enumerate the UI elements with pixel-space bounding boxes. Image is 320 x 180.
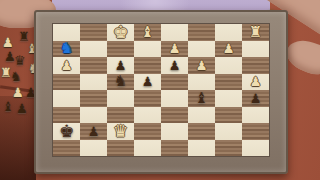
square-d6	[161, 107, 188, 124]
square-d3: ♟	[161, 57, 188, 74]
square-f2	[107, 41, 134, 58]
square-e4: ♟	[134, 74, 161, 91]
square-e7	[134, 123, 161, 140]
black-pawn-g7: ♟	[88, 125, 100, 138]
square-b6	[215, 107, 242, 124]
square-a1: ♜	[242, 24, 269, 41]
square-b2: ♟	[215, 41, 242, 58]
captured-black-bishop: ♝	[2, 100, 14, 113]
square-g4	[80, 74, 107, 91]
square-c4	[188, 74, 215, 91]
white-king-f1: ♚	[113, 24, 128, 41]
white-bishop-e1: ♝	[141, 25, 154, 40]
black-king-h7: ♚	[59, 123, 74, 140]
black-knight-f4: ♞	[114, 74, 127, 89]
square-g1	[80, 24, 107, 41]
square-h4	[53, 74, 80, 91]
square-b8	[215, 140, 242, 157]
square-g7: ♟	[80, 123, 107, 140]
captured-black-pawn: ♟	[16, 102, 28, 115]
square-g5	[80, 90, 107, 107]
square-e3	[134, 57, 161, 74]
square-c8	[188, 140, 215, 157]
square-g3	[80, 57, 107, 74]
captured-black-knight: ♞	[10, 70, 22, 83]
white-rook-a1: ♜	[249, 25, 262, 40]
square-c3: ♟	[188, 57, 215, 74]
square-a3	[242, 57, 269, 74]
square-d1	[161, 24, 188, 41]
square-a7	[242, 123, 269, 140]
square-g8	[80, 140, 107, 157]
board-frame: ♚♝♜♞♟♟♟♟♟♟♞♟♟♝♟♚♟♛	[34, 10, 288, 174]
square-a4: ♟	[242, 74, 269, 91]
square-e6	[134, 107, 161, 124]
square-a5: ♟	[242, 90, 269, 107]
white-queen-f7: ♛	[113, 123, 128, 140]
square-f1: ♚	[107, 24, 134, 41]
square-a8	[242, 140, 269, 157]
captured-white-pawn: ♟	[2, 36, 14, 49]
square-d5	[161, 90, 188, 107]
square-d4	[161, 74, 188, 91]
square-h7: ♚	[53, 123, 80, 140]
square-c6	[188, 107, 215, 124]
black-pawn-d3: ♟	[169, 59, 181, 72]
square-b5	[215, 90, 242, 107]
square-g6	[80, 107, 107, 124]
square-h8	[53, 140, 80, 157]
chess-board: ♚♝♜♞♟♟♟♟♟♟♞♟♟♝♟♚♟♛	[52, 23, 270, 157]
square-b7	[215, 123, 242, 140]
square-c5: ♝	[188, 90, 215, 107]
black-bishop-c5: ♝	[195, 91, 208, 106]
square-g2	[80, 41, 107, 58]
square-f4: ♞	[107, 74, 134, 91]
square-f7: ♛	[107, 123, 134, 140]
square-h2: ♞	[53, 41, 80, 58]
square-d2: ♟	[161, 41, 188, 58]
square-b3	[215, 57, 242, 74]
black-pawn-f3: ♟	[115, 59, 127, 72]
square-e8	[134, 140, 161, 157]
square-h1	[53, 24, 80, 41]
square-d7	[161, 123, 188, 140]
white-pawn-c3: ♟	[196, 59, 208, 72]
square-b1	[215, 24, 242, 41]
square-e5	[134, 90, 161, 107]
square-c7	[188, 123, 215, 140]
square-f3: ♟	[107, 57, 134, 74]
square-f6	[107, 107, 134, 124]
white-pawn-a4: ♟	[250, 75, 262, 88]
photo-scene: ♜♟♝♟♛♞♜♞♟♟♝♟ ♚♝♜♞♟♟♟♟♟♟♞♟♟♝♟♚♟♛	[0, 0, 320, 180]
blue-replacement-knight-h2: ♞	[60, 41, 73, 56]
square-e2	[134, 41, 161, 58]
square-c2	[188, 41, 215, 58]
square-c1	[188, 24, 215, 41]
white-pawn-d2: ♟	[169, 42, 181, 55]
square-f8	[107, 140, 134, 157]
captured-white-pawn: ♟	[12, 86, 24, 99]
black-pawn-a5: ♟	[250, 92, 262, 105]
white-pawn-b2: ♟	[223, 42, 235, 55]
captured-black-queen: ♛	[14, 54, 26, 67]
square-f5	[107, 90, 134, 107]
square-h6	[53, 107, 80, 124]
square-h3: ♟	[53, 57, 80, 74]
square-h5	[53, 90, 80, 107]
square-d8	[161, 140, 188, 157]
white-pawn-h3: ♟	[61, 59, 73, 72]
square-b4	[215, 74, 242, 91]
square-a6	[242, 107, 269, 124]
black-pawn-e4: ♟	[142, 75, 154, 88]
square-e1: ♝	[134, 24, 161, 41]
square-a2	[242, 41, 269, 58]
